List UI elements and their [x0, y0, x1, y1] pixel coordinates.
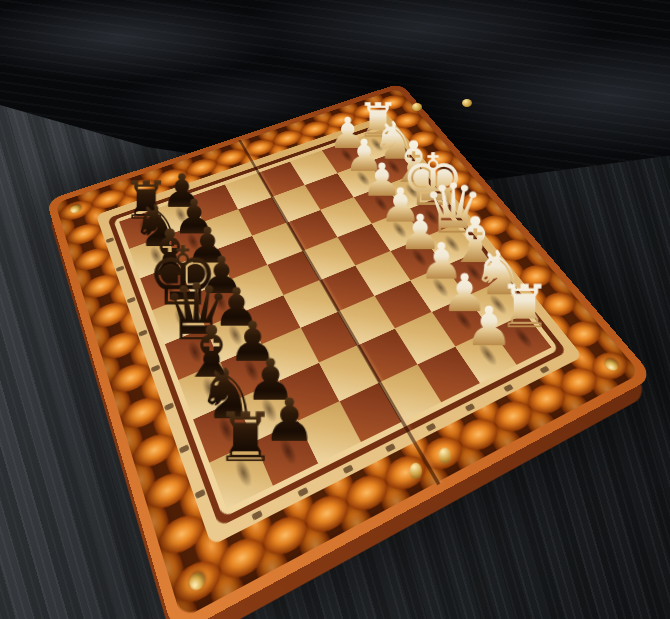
piece-white-pawn-a2: ♟ [424, 300, 554, 354]
chess-board: ♜♞♝♛♚♝♞♜♟♟♟♟♟♟♟♟♟♟♟♟♟♟♟♟♜♞♝♛♚♝♞♜ [46, 83, 654, 619]
brass-knob [412, 103, 422, 111]
perspective-scene: ♜♞♝♛♚♝♞♜♟♟♟♟♟♟♟♟♟♟♟♟♟♟♟♟♜♞♝♛♚♝♞♜ [0, 0, 670, 619]
brass-hinge-pin [410, 463, 422, 479]
photo-stage: ♜♞♝♛♚♝♞♜♟♟♟♟♟♟♟♟♟♟♟♟♟♟♟♟♜♞♝♛♚♝♞♜ Angled … [0, 0, 670, 619]
brass-hinge-pin [439, 448, 451, 464]
brass-knob [462, 99, 472, 107]
piece-black-rook-a8: ♜ [172, 404, 318, 472]
